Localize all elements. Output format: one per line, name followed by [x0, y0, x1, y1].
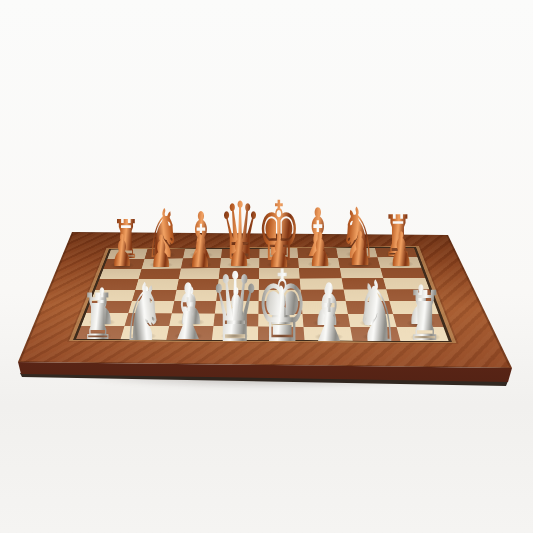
piece-silver-knight-b1: ♞ [121, 272, 164, 352]
piece-silver-knight-g1: ♞ [354, 270, 399, 355]
piece-silver-rook-h1: ♜ [407, 282, 444, 351]
piece-silver-queen-d1: ♛ [209, 260, 260, 356]
piece-silver-king-e1: ♚ [255, 258, 308, 357]
pieces-layer: ♜♞♝♛♚♝♞♜♟♟♟♟♟♟♟♟♟♟♟♟♟♟♟♟♜♞♝♛♚♝♞♜ [0, 0, 533, 533]
piece-silver-bishop-c1: ♝ [168, 274, 209, 352]
piece-silver-rook-a1: ♜ [81, 285, 115, 349]
chess-set-photo: ♜♞♝♛♚♝♞♜♟♟♟♟♟♟♟♟♟♟♟♟♟♟♟♟♜♞♝♛♚♝♞♜ [0, 0, 533, 533]
piece-silver-bishop-f1: ♝ [308, 273, 351, 353]
